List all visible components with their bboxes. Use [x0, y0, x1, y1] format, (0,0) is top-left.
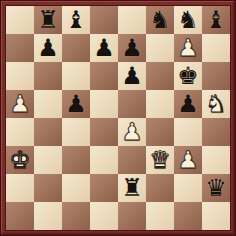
square-g1[interactable]: [174, 202, 202, 230]
square-h2[interactable]: ♛: [202, 174, 230, 202]
square-a8[interactable]: [6, 6, 34, 34]
square-f2[interactable]: [146, 174, 174, 202]
piece-black-bishop-h8[interactable]: ♝: [205, 6, 227, 34]
square-a4[interactable]: [6, 118, 34, 146]
square-b6[interactable]: [34, 62, 62, 90]
piece-black-pawn-e6[interactable]: ♟: [121, 62, 143, 90]
square-g6[interactable]: ♚: [174, 62, 202, 90]
square-e5[interactable]: [118, 90, 146, 118]
square-b3[interactable]: [34, 146, 62, 174]
square-a5[interactable]: ♟: [6, 90, 34, 118]
square-b5[interactable]: [34, 90, 62, 118]
square-e1[interactable]: [118, 202, 146, 230]
square-f7[interactable]: [146, 34, 174, 62]
square-c3[interactable]: [62, 146, 90, 174]
square-c2[interactable]: [62, 174, 90, 202]
square-d2[interactable]: [90, 174, 118, 202]
square-c8[interactable]: ♝: [62, 6, 90, 34]
square-c5[interactable]: ♟: [62, 90, 90, 118]
square-g5[interactable]: ♟: [174, 90, 202, 118]
piece-black-pawn-b7[interactable]: ♟: [37, 34, 59, 62]
square-d7[interactable]: ♟: [90, 34, 118, 62]
piece-white-knight-h5[interactable]: ♞: [205, 90, 227, 118]
square-f6[interactable]: [146, 62, 174, 90]
square-c7[interactable]: [62, 34, 90, 62]
piece-black-pawn-d7[interactable]: ♟: [93, 34, 115, 62]
square-e7[interactable]: ♟: [118, 34, 146, 62]
square-f1[interactable]: [146, 202, 174, 230]
square-b8[interactable]: ♜: [34, 6, 62, 34]
square-f3[interactable]: ♛: [146, 146, 174, 174]
piece-white-king-a3[interactable]: ♚: [9, 146, 31, 174]
piece-white-pawn-g7[interactable]: ♟: [177, 34, 199, 62]
square-h3[interactable]: [202, 146, 230, 174]
square-g7[interactable]: ♟: [174, 34, 202, 62]
square-b7[interactable]: ♟: [34, 34, 62, 62]
square-d4[interactable]: [90, 118, 118, 146]
square-a6[interactable]: [6, 62, 34, 90]
square-b2[interactable]: [34, 174, 62, 202]
square-d1[interactable]: [90, 202, 118, 230]
square-f8[interactable]: ♞: [146, 6, 174, 34]
square-h4[interactable]: [202, 118, 230, 146]
square-a3[interactable]: ♚: [6, 146, 34, 174]
square-a7[interactable]: [6, 34, 34, 62]
square-g3[interactable]: ♟: [174, 146, 202, 174]
piece-black-pawn-e7[interactable]: ♟: [121, 34, 143, 62]
piece-white-queen-f3[interactable]: ♛: [149, 146, 171, 174]
piece-white-pawn-a5[interactable]: ♟: [9, 90, 31, 118]
square-e8[interactable]: [118, 6, 146, 34]
piece-black-king-g6[interactable]: ♚: [177, 62, 199, 90]
square-e6[interactable]: ♟: [118, 62, 146, 90]
square-h8[interactable]: ♝: [202, 6, 230, 34]
piece-black-knight-g8[interactable]: ♞: [177, 6, 199, 34]
piece-black-rook-e2[interactable]: ♜: [121, 174, 143, 202]
piece-black-pawn-c5[interactable]: ♟: [65, 90, 87, 118]
square-e2[interactable]: ♜: [118, 174, 146, 202]
square-e3[interactable]: [118, 146, 146, 174]
piece-black-knight-f8[interactable]: ♞: [149, 6, 171, 34]
square-d5[interactable]: [90, 90, 118, 118]
square-b4[interactable]: [34, 118, 62, 146]
chess-board: ♜♝♞♞♝♟♟♟♟♟♚♟♟♟♞♟♚♛♟♜♛: [6, 6, 230, 230]
square-h7[interactable]: [202, 34, 230, 62]
square-c4[interactable]: [62, 118, 90, 146]
square-c1[interactable]: [62, 202, 90, 230]
square-b1[interactable]: [34, 202, 62, 230]
square-g2[interactable]: [174, 174, 202, 202]
square-h6[interactable]: [202, 62, 230, 90]
piece-black-pawn-g5[interactable]: ♟: [177, 90, 199, 118]
square-a1[interactable]: [6, 202, 34, 230]
square-f5[interactable]: [146, 90, 174, 118]
piece-black-bishop-c8[interactable]: ♝: [65, 6, 87, 34]
chess-board-frame: ♜♝♞♞♝♟♟♟♟♟♚♟♟♟♞♟♚♛♟♜♛: [0, 0, 236, 236]
square-d3[interactable]: [90, 146, 118, 174]
piece-white-pawn-e4[interactable]: ♟: [121, 118, 143, 146]
square-g4[interactable]: [174, 118, 202, 146]
square-h5[interactable]: ♞: [202, 90, 230, 118]
piece-black-queen-h2[interactable]: ♛: [205, 174, 227, 202]
square-c6[interactable]: [62, 62, 90, 90]
square-e4[interactable]: ♟: [118, 118, 146, 146]
square-f4[interactable]: [146, 118, 174, 146]
piece-black-rook-b8[interactable]: ♜: [37, 6, 59, 34]
square-d8[interactable]: [90, 6, 118, 34]
square-d6[interactable]: [90, 62, 118, 90]
piece-white-pawn-g3[interactable]: ♟: [177, 146, 199, 174]
square-g8[interactable]: ♞: [174, 6, 202, 34]
square-h1[interactable]: [202, 202, 230, 230]
square-a2[interactable]: [6, 174, 34, 202]
